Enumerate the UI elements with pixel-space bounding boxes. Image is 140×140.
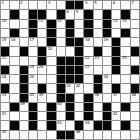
black-cell-r12c11: [103, 112, 111, 120]
white-cell-r14c2[interactable]: [20, 131, 28, 139]
white-cell-r11c12[interactable]: [112, 103, 120, 111]
white-cell-r3c6[interactable]: [57, 29, 65, 37]
white-cell-r12c0[interactable]: 41: [1, 112, 9, 120]
white-cell-r11c6[interactable]: 40: [57, 103, 65, 111]
white-cell-r0c0[interactable]: 1: [1, 1, 9, 9]
clue-number: 3: [48, 1, 50, 5]
white-cell-r9c13[interactable]: [121, 84, 129, 92]
white-cell-r8c0[interactable]: 28: [1, 75, 9, 83]
black-cell-r5c8: [75, 47, 83, 55]
black-cell-r2c7: [66, 20, 74, 28]
clue-number: 17: [29, 38, 34, 42]
black-cell-r4c12: [112, 38, 120, 46]
clue-number: 29: [29, 75, 34, 79]
black-cell-r12c7: [66, 112, 74, 120]
white-cell-r7c13[interactable]: [121, 66, 129, 74]
black-cell-r13c11: [103, 121, 111, 129]
black-cell-r7c14: [131, 66, 139, 74]
white-cell-r2c4[interactable]: 11: [38, 20, 46, 28]
white-cell-r10c1[interactable]: [10, 94, 18, 102]
white-cell-r12c2[interactable]: [20, 112, 28, 120]
white-cell-r5c7[interactable]: [66, 47, 74, 55]
black-cell-r6c8: [75, 57, 83, 65]
black-cell-r5c12: [112, 47, 120, 55]
white-cell-r4c6[interactable]: [57, 38, 65, 46]
black-cell-r13c10: [94, 121, 102, 129]
clue-number: 31: [66, 84, 71, 88]
black-cell-r2c9: [84, 20, 92, 28]
black-cell-r11c13: [121, 103, 129, 111]
black-cell-r11c7: [66, 103, 74, 111]
clue-number: 39: [20, 102, 25, 106]
white-cell-r13c12[interactable]: [112, 121, 120, 129]
white-cell-r8c3[interactable]: 29: [29, 75, 37, 83]
black-cell-r3c13: [121, 29, 129, 37]
black-cell-r3c1: [10, 29, 18, 37]
white-cell-r8c12[interactable]: [112, 75, 120, 83]
clue-number: 8: [66, 10, 68, 14]
black-cell-r7c2: [20, 66, 28, 74]
white-cell-r8c11[interactable]: 30: [103, 75, 111, 83]
white-cell-r9c7[interactable]: 31: [66, 84, 74, 92]
clue-number: 15: [2, 38, 7, 42]
black-cell-r5c14: [131, 47, 139, 55]
white-cell-r2c12[interactable]: 13: [112, 20, 120, 28]
black-cell-r7c12: [112, 66, 120, 74]
clue-number: 10: [2, 19, 7, 23]
white-cell-r13c7[interactable]: [66, 121, 74, 129]
white-cell-r4c13[interactable]: [121, 38, 129, 46]
clue-number: 6: [113, 1, 115, 5]
white-cell-r3c2[interactable]: [20, 29, 28, 37]
clue-number: 40: [57, 102, 62, 106]
white-cell-r6c14[interactable]: [131, 57, 139, 65]
clue-number: 28: [2, 75, 7, 79]
white-cell-r4c9[interactable]: 18: [84, 38, 92, 46]
white-cell-r14c12[interactable]: [112, 131, 120, 139]
white-cell-r5c5[interactable]: 20: [47, 47, 55, 55]
white-cell-r0c9[interactable]: 4: [84, 1, 92, 9]
black-cell-r8c6: [57, 75, 65, 83]
white-cell-r14c14[interactable]: [131, 131, 139, 139]
white-cell-r14c9[interactable]: [84, 131, 92, 139]
clue-number: 9: [76, 10, 78, 14]
black-cell-r1c3: [29, 10, 37, 18]
white-cell-r10c14[interactable]: 38: [131, 94, 139, 102]
clue-number: 34: [29, 93, 34, 97]
white-cell-r5c3[interactable]: [29, 47, 37, 55]
black-cell-r3c7: [66, 29, 74, 37]
black-cell-r5c4: [38, 47, 46, 55]
clue-number: 43: [57, 121, 62, 125]
white-cell-r0c2[interactable]: 2: [20, 1, 28, 9]
white-cell-r14c13[interactable]: [121, 131, 129, 139]
white-cell-r10c5[interactable]: [47, 94, 55, 102]
white-cell-r12c10[interactable]: [94, 112, 102, 120]
white-cell-r1c14[interactable]: [131, 10, 139, 18]
white-cell-r0c6[interactable]: [57, 1, 65, 9]
white-cell-r14c4[interactable]: [38, 131, 46, 139]
white-cell-r10c12[interactable]: 37: [112, 94, 120, 102]
clue-number: 20: [48, 47, 53, 51]
clue-number: 24: [122, 56, 127, 60]
white-cell-r0c1[interactable]: [10, 1, 18, 9]
white-cell-r2c14[interactable]: [131, 20, 139, 28]
white-cell-r2c10[interactable]: [94, 20, 102, 28]
white-cell-r0c5[interactable]: 3: [47, 1, 55, 9]
white-cell-r12c8[interactable]: [75, 112, 83, 120]
white-cell-r13c9[interactable]: 44: [84, 121, 92, 129]
black-cell-r8c2: [20, 75, 28, 83]
white-cell-r6c11[interactable]: [103, 57, 111, 65]
clue-number: 18: [85, 38, 90, 42]
white-cell-r3c0[interactable]: [1, 29, 9, 37]
black-cell-r11c9: [84, 103, 92, 111]
clue-number: 4: [85, 1, 87, 5]
clue-number: 13: [113, 19, 118, 23]
black-cell-r7c6: [57, 66, 65, 74]
white-cell-r7c3[interactable]: 25: [29, 66, 37, 74]
white-cell-r13c6[interactable]: 43: [57, 121, 65, 129]
white-cell-r5c6[interactable]: [57, 47, 65, 55]
white-cell-r6c0[interactable]: 21: [1, 57, 9, 65]
black-cell-r3c11: [103, 29, 111, 37]
clue-number: 35: [39, 93, 44, 97]
black-cell-r12c5: [47, 112, 55, 120]
white-cell-r14c1[interactable]: [10, 131, 18, 139]
white-cell-r0c4[interactable]: [38, 1, 46, 9]
clue-number: 1: [2, 1, 4, 5]
white-cell-r10c3[interactable]: 34: [29, 94, 37, 102]
white-cell-r0c12[interactable]: 6: [112, 1, 120, 9]
white-cell-r12c13[interactable]: [121, 112, 129, 120]
black-cell-r9c2: [20, 84, 28, 92]
white-cell-r14c10[interactable]: [94, 131, 102, 139]
black-cell-r3c9: [84, 29, 92, 37]
white-cell-r10c10[interactable]: 36: [94, 94, 102, 102]
white-cell-r9c5[interactable]: [47, 84, 55, 92]
black-cell-r4c7: [66, 38, 74, 46]
white-cell-r13c2[interactable]: [20, 121, 28, 129]
white-cell-r14c11[interactable]: [103, 131, 111, 139]
black-cell-r13c3: [29, 121, 37, 129]
white-cell-r10c13[interactable]: [121, 94, 129, 102]
white-cell-r7c10[interactable]: [94, 66, 102, 74]
white-cell-r2c1[interactable]: [10, 20, 18, 28]
white-cell-r9c1[interactable]: [10, 84, 18, 92]
white-cell-r10c4[interactable]: 35: [38, 94, 46, 102]
white-cell-r11c10[interactable]: [94, 103, 102, 111]
white-cell-r11c0[interactable]: [1, 103, 9, 111]
white-cell-r2c6[interactable]: 12: [57, 20, 65, 28]
white-cell-r10c11[interactable]: [103, 94, 111, 102]
black-cell-r6c7: [66, 57, 74, 65]
white-cell-r0c14[interactable]: 7: [131, 1, 139, 9]
clue-number: 37: [113, 93, 118, 97]
clue-number: 22: [85, 56, 90, 60]
black-cell-r5c2: [20, 47, 28, 55]
white-cell-r3c8[interactable]: [75, 29, 83, 37]
clue-number: 30: [103, 75, 108, 79]
black-cell-r11c1: [10, 103, 18, 111]
white-cell-r12c4[interactable]: [38, 112, 46, 120]
white-cell-r13c4[interactable]: [38, 121, 46, 129]
white-cell-r4c14[interactable]: [131, 38, 139, 46]
clue-number: 25: [29, 65, 34, 69]
white-cell-r8c13[interactable]: [121, 75, 129, 83]
black-cell-r11c11: [103, 103, 111, 111]
clue-number: 23: [94, 56, 99, 60]
white-cell-r6c2[interactable]: [20, 57, 28, 65]
clue-number: 36: [94, 93, 99, 97]
black-cell-r11c5: [47, 103, 55, 111]
white-cell-r8c9[interactable]: [84, 75, 92, 83]
black-cell-r7c7: [66, 66, 74, 74]
clue-number: 7: [131, 1, 133, 5]
white-cell-r1c5[interactable]: [47, 10, 55, 18]
white-cell-r3c4[interactable]: [38, 29, 46, 37]
black-cell-r10c9: [84, 94, 92, 102]
white-cell-r6c10[interactable]: 23: [94, 57, 102, 65]
black-cell-r4c8: [75, 38, 83, 46]
black-cell-r11c3: [29, 103, 37, 111]
black-cell-r2c5: [47, 20, 55, 28]
clue-number: 38: [131, 93, 136, 97]
white-cell-r7c5[interactable]: [47, 66, 55, 74]
white-cell-r1c2[interactable]: [20, 10, 28, 18]
white-cell-r13c14[interactable]: [131, 121, 139, 129]
clue-number: 26: [39, 65, 44, 69]
clue-number: 41: [2, 112, 7, 116]
black-cell-r13c13: [121, 121, 129, 129]
clue-number: 16: [11, 38, 16, 42]
white-cell-r7c11[interactable]: [103, 66, 111, 74]
black-cell-r2c3: [29, 20, 37, 28]
white-cell-r1c8[interactable]: 9: [75, 10, 83, 18]
black-cell-r7c8: [75, 66, 83, 74]
white-cell-r4c0[interactable]: 15: [1, 38, 9, 46]
white-cell-r2c2[interactable]: [20, 20, 28, 28]
white-cell-r2c8[interactable]: [75, 20, 83, 28]
white-cell-r12c12[interactable]: 42: [112, 112, 120, 120]
clue-number: 11: [39, 19, 44, 23]
white-cell-r6c5[interactable]: [47, 57, 55, 65]
black-cell-r14c7: [66, 131, 74, 139]
white-cell-r7c4[interactable]: 26: [38, 66, 46, 74]
clue-number: 33: [2, 93, 7, 97]
black-cell-r13c5: [47, 121, 55, 129]
white-cell-r8c1[interactable]: [10, 75, 18, 83]
white-cell-r10c0[interactable]: 33: [1, 94, 9, 102]
black-cell-r8c10: [94, 75, 102, 83]
white-cell-r9c8[interactable]: 32: [75, 84, 83, 92]
clue-number: 14: [122, 19, 127, 23]
white-cell-r8c4[interactable]: [38, 75, 46, 83]
black-cell-r6c12: [112, 57, 120, 65]
white-cell-r3c14[interactable]: [131, 29, 139, 37]
white-cell-r4c10[interactable]: [94, 38, 102, 46]
white-cell-r11c2[interactable]: 39: [20, 103, 28, 111]
white-cell-r9c9[interactable]: [84, 84, 92, 92]
white-cell-r11c8[interactable]: [75, 103, 83, 111]
clue-number: 19: [103, 38, 108, 42]
clue-number: 32: [76, 84, 81, 88]
white-cell-r14c5[interactable]: [47, 131, 55, 139]
black-cell-r1c9: [84, 10, 92, 18]
white-cell-r3c12[interactable]: [112, 29, 120, 37]
white-cell-r5c11[interactable]: [103, 47, 111, 55]
white-cell-r2c0[interactable]: 10: [1, 20, 9, 28]
white-cell-r11c4[interactable]: [38, 103, 46, 111]
white-cell-r8c14[interactable]: [131, 75, 139, 83]
clue-number: 46: [76, 130, 81, 134]
clue-number: 5: [94, 1, 96, 5]
white-cell-r1c7[interactable]: 8: [66, 10, 74, 18]
clue-number: 27: [85, 65, 90, 69]
white-cell-r5c1[interactable]: [10, 47, 18, 55]
clue-number: 21: [2, 56, 7, 60]
white-cell-r12c14[interactable]: [131, 112, 139, 120]
white-cell-r8c5[interactable]: [47, 75, 55, 83]
white-cell-r1c10[interactable]: [94, 10, 102, 18]
white-cell-r12c1[interactable]: [10, 112, 18, 120]
black-cell-r10c7: [66, 94, 74, 102]
white-cell-r3c10[interactable]: [94, 29, 102, 37]
black-cell-r1c1: [10, 10, 18, 18]
clue-number: 44: [85, 121, 90, 125]
white-cell-r0c11[interactable]: [103, 1, 111, 9]
white-cell-r14c3[interactable]: [29, 131, 37, 139]
clue-number: 42: [113, 112, 118, 116]
black-cell-r7c0: [1, 66, 9, 74]
white-cell-r4c2[interactable]: [20, 38, 28, 46]
clue-number: 12: [57, 19, 62, 23]
black-cell-r1c11: [103, 10, 111, 18]
crossword-grid: 1234567891011121314151617181920212223242…: [0, 0, 140, 140]
black-cell-r9c6: [57, 84, 65, 92]
white-cell-r7c9[interactable]: 27: [84, 66, 92, 74]
black-cell-r14c6: [57, 131, 65, 139]
black-cell-r6c6: [57, 57, 65, 65]
white-cell-r4c1[interactable]: 16: [10, 38, 18, 46]
white-cell-r4c3[interactable]: 17: [29, 38, 37, 46]
white-cell-r0c13[interactable]: [121, 1, 129, 9]
white-cell-r4c4[interactable]: [38, 38, 46, 46]
clue-number: 45: [2, 130, 7, 134]
white-cell-r10c8[interactable]: [75, 94, 83, 102]
white-cell-r7c1[interactable]: [10, 66, 18, 74]
black-cell-r3c5: [47, 29, 55, 37]
black-cell-r3c3: [29, 29, 37, 37]
white-cell-r0c3[interactable]: [29, 1, 37, 9]
white-cell-r0c10[interactable]: 5: [94, 1, 102, 9]
white-cell-r6c13[interactable]: 24: [121, 57, 129, 65]
black-cell-r13c1: [10, 121, 18, 129]
white-cell-r9c11[interactable]: [103, 84, 111, 92]
white-cell-r2c13[interactable]: 14: [121, 20, 129, 28]
white-cell-r14c0[interactable]: 45: [1, 131, 9, 139]
white-cell-r11c14[interactable]: [131, 103, 139, 111]
white-cell-r14c8[interactable]: 46: [75, 131, 83, 139]
white-cell-r6c1[interactable]: [10, 57, 18, 65]
black-cell-r2c11: [103, 20, 111, 28]
clue-number: 2: [20, 1, 22, 5]
white-cell-r4c11[interactable]: 19: [103, 38, 111, 46]
black-cell-r12c3: [29, 112, 37, 120]
